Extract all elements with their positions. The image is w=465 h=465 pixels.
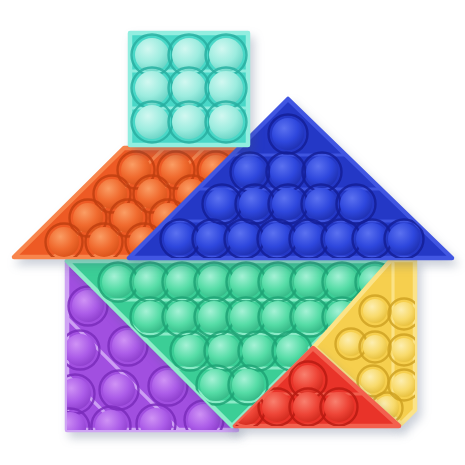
purple-triangle-pop-bubble (140, 408, 172, 440)
green-triangle-pop-bubble (262, 301, 294, 333)
green-triangle-pop-bubble (198, 301, 230, 333)
yellow-parallelogram-pop-bubble (392, 338, 416, 362)
green-triangle-pop-bubble (200, 369, 232, 401)
purple-triangle-pop-bubble (59, 378, 91, 410)
mint-square-pop-bubble (135, 105, 169, 139)
blue-triangle-pop-bubble (305, 188, 337, 220)
orange-parallelogram-pop-bubble (89, 227, 119, 257)
green-triangle-pop-bubble (230, 301, 262, 333)
purple-triangle-pop-bubble (54, 412, 86, 444)
blue-triangle-pop-bubble (272, 118, 304, 150)
green-triangle-pop-bubble (166, 266, 198, 298)
green-triangle-pop-bubble (294, 266, 326, 298)
green-triangle-pop-bubble (232, 369, 264, 401)
tangram-board (0, 0, 465, 465)
red-triangle-pop-bubble (293, 392, 323, 422)
yellow-parallelogram-pop-bubble (392, 373, 416, 397)
mint-square-pop-bubble (209, 71, 243, 105)
green-triangle-pop-bubble (208, 335, 240, 367)
green-triangle-pop-bubble (326, 266, 358, 298)
blue-triangle-pop-bubble (234, 156, 266, 188)
purple-triangle-pop-bubble (95, 410, 127, 442)
green-triangle-pop-bubble (102, 266, 134, 298)
blue-triangle-pop-bubble (340, 188, 372, 220)
yellow-parallelogram-pop-bubble (392, 302, 416, 326)
mint-square-inner (130, 35, 248, 143)
green-triangle-pop-bubble (294, 301, 326, 333)
green-triangle-pop-bubble (174, 335, 206, 367)
mint-square-pop-bubble (209, 105, 243, 139)
blue-triangle-pop-bubble (270, 156, 302, 188)
green-triangle-pop-bubble (166, 301, 198, 333)
green-triangle-pop-bubble (134, 266, 166, 298)
red-triangle-pop-bubble (324, 392, 354, 422)
blue-triangle-pop-bubble (272, 188, 304, 220)
tangram-popit-photo (0, 0, 465, 465)
mint-square-pop-bubble (172, 71, 206, 105)
orange-parallelogram-pop-bubble (49, 227, 79, 257)
yellow-parallelogram-pop-bubble (363, 335, 387, 359)
green-triangle-pop-bubble (242, 335, 274, 367)
blue-triangle-pop-bubble (164, 223, 196, 255)
blue-triangle-pop-bubble (206, 188, 238, 220)
green-triangle-pop-bubble (262, 266, 294, 298)
blue-triangle-pop-bubble (293, 223, 325, 255)
blue-triangle-pop-bubble (356, 223, 388, 255)
blue-triangle-pop-bubble (306, 156, 338, 188)
green-triangle-pop-bubble (230, 266, 262, 298)
blue-triangle-pop-bubble (228, 223, 260, 255)
purple-triangle-pop-bubble (103, 374, 135, 406)
piece-mint-square (130, 33, 248, 145)
blue-triangle-pop-bubble (388, 223, 420, 255)
green-triangle-pop-bubble (198, 266, 230, 298)
purple-triangle-pop-bubble (64, 334, 96, 366)
green-triangle-pop-bubble (134, 301, 166, 333)
blue-triangle-pop-bubble (239, 188, 271, 220)
yellow-parallelogram-pop-bubble (361, 369, 385, 393)
mint-square-pop-bubble (172, 105, 206, 139)
red-triangle-pop-bubble (262, 392, 292, 422)
blue-triangle-pop-bubble (261, 223, 293, 255)
yellow-parallelogram-pop-bubble (363, 299, 387, 323)
blue-triangle-pop-bubble (196, 223, 228, 255)
mint-square-pop-bubble (135, 71, 169, 105)
